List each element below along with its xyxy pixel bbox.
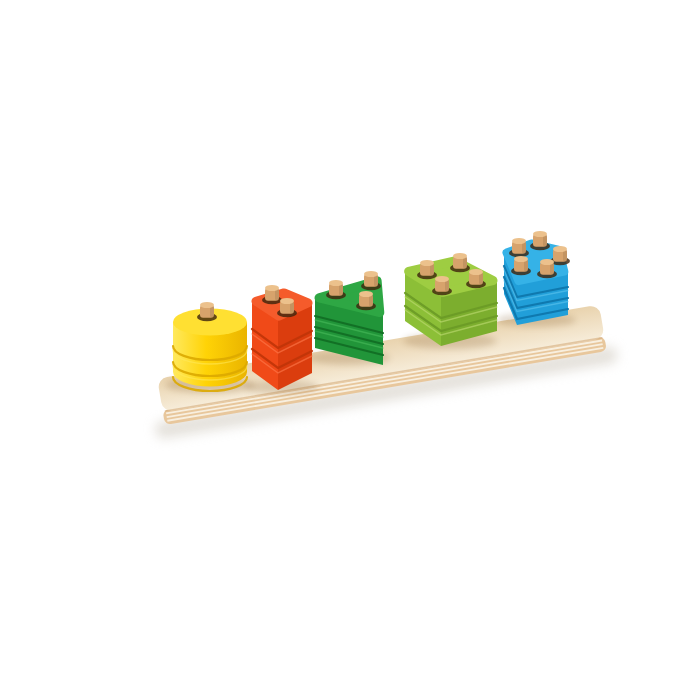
toy-scene-svg	[0, 0, 700, 700]
orange-rectangle-stack	[252, 285, 312, 390]
yellow-circle-stack	[173, 302, 247, 391]
product-photo	[0, 0, 700, 700]
